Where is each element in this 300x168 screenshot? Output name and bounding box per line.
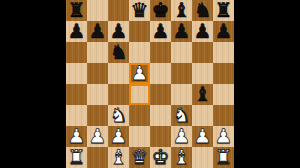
piece-black-pawn-c7[interactable]: ♟ <box>108 21 129 42</box>
piece-black-rook-a8[interactable]: ♜ <box>66 0 87 21</box>
square-b2[interactable]: ♟ <box>87 126 108 147</box>
square-d3[interactable] <box>129 105 150 126</box>
square-b6[interactable] <box>87 42 108 63</box>
square-g6[interactable] <box>192 42 213 63</box>
app-background: ♜♛♚♝♞♜♟♟♟♟♟♟♟♞♟♝♞♞♟♟♟♟♟♟♜♝♛♚♝♜ <box>0 0 300 168</box>
square-f7[interactable]: ♟ <box>171 21 192 42</box>
square-a6[interactable] <box>66 42 87 63</box>
square-a7[interactable]: ♟ <box>66 21 87 42</box>
square-b5[interactable] <box>87 63 108 84</box>
piece-black-pawn-h7[interactable]: ♟ <box>213 21 234 42</box>
piece-white-knight-c3[interactable]: ♞ <box>108 105 129 126</box>
square-b4[interactable] <box>87 84 108 105</box>
piece-black-pawn-g7[interactable]: ♟ <box>192 21 213 42</box>
piece-black-bishop-f8[interactable]: ♝ <box>171 0 192 21</box>
square-b1[interactable] <box>87 147 108 168</box>
square-h4[interactable] <box>213 84 234 105</box>
square-g7[interactable]: ♟ <box>192 21 213 42</box>
piece-black-knight-c6[interactable]: ♞ <box>108 42 129 63</box>
piece-white-pawn-c2[interactable]: ♟ <box>108 126 129 147</box>
square-c5[interactable] <box>108 63 129 84</box>
piece-white-knight-f3[interactable]: ♞ <box>171 105 192 126</box>
piece-white-pawn-g2[interactable]: ♟ <box>192 126 213 147</box>
square-d1[interactable]: ♛ <box>129 147 150 168</box>
piece-white-rook-h1[interactable]: ♜ <box>213 147 234 168</box>
square-a5[interactable] <box>66 63 87 84</box>
square-h6[interactable] <box>213 42 234 63</box>
piece-black-pawn-a7[interactable]: ♟ <box>66 21 87 42</box>
square-f6[interactable] <box>171 42 192 63</box>
piece-white-rook-a1[interactable]: ♜ <box>66 147 87 168</box>
square-d7[interactable] <box>129 21 150 42</box>
piece-white-pawn-a2[interactable]: ♟ <box>66 126 87 147</box>
square-h7[interactable]: ♟ <box>213 21 234 42</box>
square-e5[interactable] <box>150 63 171 84</box>
square-c1[interactable]: ♝ <box>108 147 129 168</box>
square-d5[interactable]: ♟ <box>129 63 150 84</box>
piece-white-bishop-c1[interactable]: ♝ <box>108 147 129 168</box>
square-e4[interactable] <box>150 84 171 105</box>
piece-black-knight-g8[interactable]: ♞ <box>192 0 213 21</box>
piece-black-rook-h8[interactable]: ♜ <box>213 0 234 21</box>
square-h1[interactable]: ♜ <box>213 147 234 168</box>
piece-white-pawn-h2[interactable]: ♟ <box>213 126 234 147</box>
square-d4[interactable] <box>129 84 150 105</box>
chess-board: ♜♛♚♝♞♜♟♟♟♟♟♟♟♞♟♝♞♞♟♟♟♟♟♟♜♝♛♚♝♜ <box>66 0 234 168</box>
square-a1[interactable]: ♜ <box>66 147 87 168</box>
square-g1[interactable] <box>192 147 213 168</box>
square-e3[interactable] <box>150 105 171 126</box>
piece-black-pawn-e7[interactable]: ♟ <box>150 21 171 42</box>
piece-white-bishop-f1[interactable]: ♝ <box>171 147 192 168</box>
piece-black-bishop-g4[interactable]: ♝ <box>192 84 213 105</box>
square-g4[interactable]: ♝ <box>192 84 213 105</box>
square-g2[interactable]: ♟ <box>192 126 213 147</box>
square-e7[interactable]: ♟ <box>150 21 171 42</box>
piece-black-queen-d8[interactable]: ♛ <box>129 0 150 21</box>
piece-white-pawn-f2[interactable]: ♟ <box>171 126 192 147</box>
square-a4[interactable] <box>66 84 87 105</box>
square-f5[interactable] <box>171 63 192 84</box>
square-b7[interactable]: ♟ <box>87 21 108 42</box>
square-f1[interactable]: ♝ <box>171 147 192 168</box>
piece-black-king-e8[interactable]: ♚ <box>150 0 171 21</box>
piece-white-pawn-b2[interactable]: ♟ <box>87 126 108 147</box>
piece-white-pawn-d5[interactable]: ♟ <box>129 63 150 84</box>
piece-white-king-e1[interactable]: ♚ <box>150 147 171 168</box>
square-h5[interactable] <box>213 63 234 84</box>
square-d8[interactable]: ♛ <box>129 0 150 21</box>
square-e1[interactable]: ♚ <box>150 147 171 168</box>
piece-black-pawn-b7[interactable]: ♟ <box>87 21 108 42</box>
square-c6[interactable]: ♞ <box>108 42 129 63</box>
piece-white-queen-d1[interactable]: ♛ <box>129 147 150 168</box>
piece-black-pawn-f7[interactable]: ♟ <box>171 21 192 42</box>
square-e6[interactable] <box>150 42 171 63</box>
